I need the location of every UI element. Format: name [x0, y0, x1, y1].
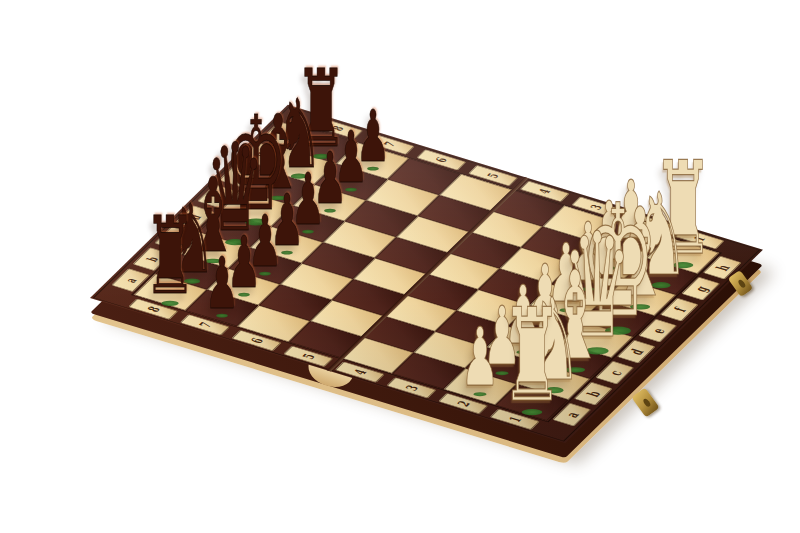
- clasp-pin: [642, 398, 651, 408]
- piece-white-pawn-a2: ♟: [461, 317, 500, 398]
- clasp-pin: [737, 279, 746, 289]
- photo-stage: 8877665544332211aabbccddeeffgghh ♜♞♝♛♚♝♞…: [0, 0, 800, 533]
- piece-white-rook-a1: ♜: [501, 292, 563, 420]
- piece-black-rook-a8: ♜: [144, 202, 196, 309]
- piece-black-pawn-a7: ♟: [205, 248, 239, 319]
